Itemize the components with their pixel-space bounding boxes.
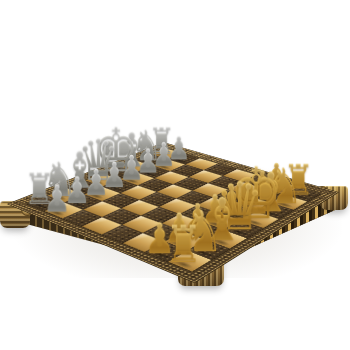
square-a2: ♟ [44, 203, 82, 219]
piece-silver-pawn-a2: ♟ [43, 180, 71, 218]
piece-anchor-a8: ♜ [168, 250, 212, 271]
board-squares: ♜♟♟♜♞♟♟♞♝♟♟♝♚♟♟♚♛♟♟♛♝♟♟♝♞♟♟♞♜♟♟♜ [27, 148, 321, 272]
chess-board: ♜♟♟♜♞♟♟♞♝♟♟♝♚♟♟♚♛♟♟♛♝♟♟♝♞♟♟♞♜♟♟♜ [7, 142, 340, 283]
piece-anchor-a2: ♟ [44, 203, 82, 219]
scene-3d: ♜♟♟♜♞♟♟♞♝♟♟♝♚♟♟♚♛♟♟♛♝♟♟♝♞♟♟♞♜♟♟♜ [0, 0, 350, 350]
square-a8: ♜ [168, 250, 212, 271]
chess-set-photo: ♜♟♟♜♞♟♟♞♝♟♟♝♚♟♟♚♛♟♟♛♝♟♟♝♞♟♟♞♜♟♟♜ [0, 0, 350, 350]
piece-gold-rook-a8: ♜ [165, 220, 202, 271]
